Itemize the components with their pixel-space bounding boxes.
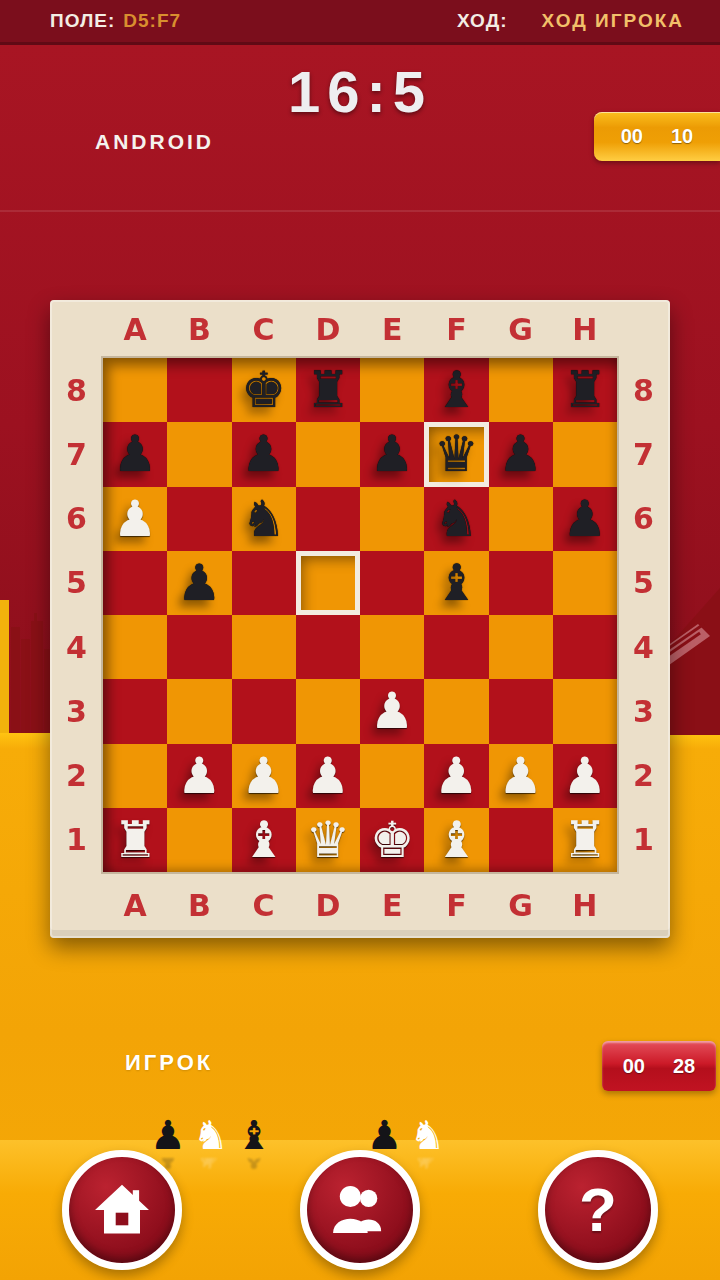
captured-white-knight: ♞♞ — [193, 1112, 229, 1174]
rank-label-6: 6 — [617, 487, 670, 551]
white-knight-icon: ♞ — [409, 1112, 445, 1158]
captured-white-knight: ♞♞ — [409, 1112, 445, 1174]
rank-label-5: 5 — [617, 551, 670, 615]
rank-label-4: 4 — [50, 615, 103, 679]
white-knight-reflection: ♞ — [193, 1158, 229, 1174]
file-label-c: C — [232, 300, 296, 358]
app-screen: ПОЛЕ: D5:F7 ХОД: ХОД ИГРОКА 16:5 ANDROID… — [0, 0, 720, 1280]
opponent-name: ANDROID — [95, 130, 214, 154]
file-label-d: D — [296, 872, 360, 938]
players-icon — [329, 1185, 391, 1235]
player-score-left: 00 — [623, 1055, 645, 1078]
rank-label-5: 5 — [50, 551, 103, 615]
rank-label-3: 3 — [617, 679, 670, 743]
captured-black-bishop: ♝♝ — [236, 1112, 272, 1174]
file-label-e: E — [360, 872, 424, 938]
file-label-c: C — [232, 872, 296, 938]
file-label-g: G — [489, 300, 553, 358]
file-label-a: A — [103, 300, 167, 358]
turn-label: ХОД: — [457, 10, 508, 32]
white-knight-reflection: ♞ — [409, 1158, 445, 1174]
chess-board[interactable]: ABCDEFGH8♚♜♝♜87♟♟♟♛♟76♟♞♞♟65♟♝5443♟32♟♟♟… — [50, 300, 670, 938]
field-value: D5:F7 — [123, 10, 181, 32]
top-status-bar: ПОЛЕ: D5:F7 ХОД: ХОД ИГРОКА — [0, 0, 720, 45]
board-bevel — [103, 358, 617, 872]
rank-label-2: 2 — [50, 744, 103, 808]
white-knight-icon: ♞ — [193, 1112, 229, 1158]
file-label-f: F — [424, 872, 488, 938]
field-label: ПОЛЕ: — [50, 10, 115, 32]
file-label-f: F — [424, 300, 488, 358]
opponent-score-badge: 00 10 — [594, 112, 720, 161]
file-label-h: H — [553, 300, 617, 358]
rank-label-6: 6 — [50, 487, 103, 551]
frame-corner — [617, 872, 670, 938]
rank-label-1: 1 — [617, 808, 670, 872]
home-icon — [93, 1183, 151, 1237]
background-seam — [0, 210, 720, 212]
file-label-e: E — [360, 300, 424, 358]
rank-label-3: 3 — [50, 679, 103, 743]
player-name: ИГРОК — [125, 1050, 213, 1076]
captured-group: ♟♟♞♞♝♝ — [150, 1112, 272, 1174]
file-label-h: H — [553, 872, 617, 938]
black-pawn-icon: ♟ — [150, 1112, 186, 1158]
rank-label-1: 1 — [50, 808, 103, 872]
frame-corner — [50, 872, 103, 938]
opponent-score-right: 10 — [671, 125, 693, 148]
black-bishop-icon: ♝ — [236, 1112, 272, 1158]
players-button[interactable] — [300, 1150, 420, 1270]
player-score-badge: 00 28 — [602, 1041, 716, 1091]
frame-corner — [50, 300, 103, 358]
black-bishop-reflection: ♝ — [236, 1158, 272, 1174]
turn-group: ХОД: ХОД ИГРОКА — [457, 10, 684, 32]
help-button[interactable]: ? — [538, 1150, 658, 1270]
file-label-b: B — [167, 872, 231, 938]
file-label-d: D — [296, 300, 360, 358]
player-score-right: 28 — [673, 1055, 695, 1078]
rank-label-8: 8 — [50, 358, 103, 422]
question-mark-icon: ? — [579, 1179, 617, 1241]
rank-label-7: 7 — [50, 422, 103, 486]
captured-pieces-tray: ♟♟♞♞♝♝♟♟♞♞ — [150, 1112, 445, 1174]
rank-label-4: 4 — [617, 615, 670, 679]
rank-label-2: 2 — [617, 744, 670, 808]
opponent-score-left: 00 — [621, 125, 643, 148]
file-label-g: G — [489, 872, 553, 938]
file-label-a: A — [103, 872, 167, 938]
frame-corner — [617, 300, 670, 358]
rank-label-7: 7 — [617, 422, 670, 486]
turn-value: ХОД ИГРОКА — [542, 10, 684, 32]
rank-label-8: 8 — [617, 358, 670, 422]
move-field-group: ПОЛЕ: D5:F7 — [50, 10, 181, 32]
home-button[interactable] — [62, 1150, 182, 1270]
file-label-b: B — [167, 300, 231, 358]
